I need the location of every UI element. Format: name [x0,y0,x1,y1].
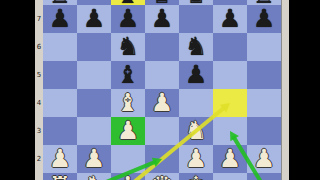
square-a1[interactable]: ♜ [43,173,77,180]
rank-label-5: 5 [35,72,43,79]
white-pawn-f2[interactable]: ♟ [219,146,241,171]
square-c2[interactable] [111,145,145,173]
square-e5[interactable]: ♟ [179,61,213,89]
square-f1[interactable] [213,173,247,180]
white-pawn-d4[interactable]: ♟ [151,90,173,115]
black-pawn-g7[interactable]: ♟ [253,6,275,31]
square-b7[interactable]: ♟ [77,5,111,33]
square-c6[interactable]: ♞ [111,33,145,61]
square-b5[interactable] [77,61,111,89]
white-pawn-b2[interactable]: ♟ [83,146,105,171]
white-pawn-g2[interactable]: ♟ [253,146,275,171]
chess-board[interactable]: ♜♝♛♚♜♟♟♟♟♟♟♞♞♝♟♝♟♟♞♟♟♟♟♟♜♞♝♛♚ [43,0,281,180]
black-pawn-d7[interactable]: ♟ [151,6,173,31]
square-g5[interactable] [247,61,281,89]
square-g6[interactable] [247,33,281,61]
square-c1[interactable]: ♝ [111,173,145,180]
square-f2[interactable]: ♟ [213,145,247,173]
square-c5[interactable]: ♝ [111,61,145,89]
square-e1[interactable]: ♚ [179,173,213,180]
rank-label-2: 2 [35,156,43,163]
white-pawn-e2[interactable]: ♟ [185,146,207,171]
square-a6[interactable] [43,33,77,61]
square-d1[interactable]: ♛ [145,173,179,180]
square-a4[interactable] [43,89,77,117]
rank-label-3: 3 [35,128,43,135]
square-b3[interactable] [77,117,111,145]
rank-label-6: 6 [35,44,43,51]
square-e7[interactable] [179,5,213,33]
square-e6[interactable]: ♞ [179,33,213,61]
black-knight-c6[interactable]: ♞ [117,34,139,59]
square-g4[interactable] [247,89,281,117]
window-border [281,0,289,180]
chess-app-window: 765432 ♜♝♛♚♜♟♟♟♟♟♟♞♞♝♟♝♟♟♞♟♟♟♟♟♜♞♝♛♚ [0,0,320,180]
square-f4[interactable] [213,89,247,117]
square-d3[interactable] [145,117,179,145]
square-d2[interactable] [145,145,179,173]
square-e3[interactable]: ♞ [179,117,213,145]
black-bishop-c5[interactable]: ♝ [117,62,139,87]
white-king-e1[interactable]: ♚ [185,173,207,180]
white-bishop-c4[interactable]: ♝ [117,90,139,115]
square-a2[interactable]: ♟ [43,145,77,173]
square-g2[interactable]: ♟ [247,145,281,173]
white-pawn-c3[interactable]: ♟ [117,118,139,143]
square-g3[interactable] [247,117,281,145]
rank-label-7: 7 [35,16,43,23]
white-knight-b1[interactable]: ♞ [83,173,105,180]
rank-label-4: 4 [35,100,43,107]
white-rook-a1[interactable]: ♜ [49,173,71,180]
white-pawn-a2[interactable]: ♟ [49,146,71,171]
square-e2[interactable]: ♟ [179,145,213,173]
square-e4[interactable] [179,89,213,117]
square-b4[interactable] [77,89,111,117]
square-c7[interactable]: ♟ [111,5,145,33]
square-b1[interactable]: ♞ [77,173,111,180]
white-queen-d1[interactable]: ♛ [151,173,173,180]
square-b6[interactable] [77,33,111,61]
black-pawn-a7[interactable]: ♟ [49,6,71,31]
black-knight-e6[interactable]: ♞ [185,34,207,59]
black-pawn-e5[interactable]: ♟ [185,62,207,87]
square-d7[interactable]: ♟ [145,5,179,33]
square-f7[interactable]: ♟ [213,5,247,33]
square-a7[interactable]: ♟ [43,5,77,33]
square-b2[interactable]: ♟ [77,145,111,173]
square-g1[interactable] [247,173,281,180]
white-knight-e3[interactable]: ♞ [185,118,207,143]
square-d5[interactable] [145,61,179,89]
black-pawn-b7[interactable]: ♟ [83,6,105,31]
white-bishop-c1[interactable]: ♝ [117,173,139,180]
square-a5[interactable] [43,61,77,89]
square-f3[interactable] [213,117,247,145]
square-a3[interactable] [43,117,77,145]
square-c3[interactable]: ♟ [111,117,145,145]
square-d4[interactable]: ♟ [145,89,179,117]
square-g7[interactable]: ♟ [247,5,281,33]
square-f5[interactable] [213,61,247,89]
black-pawn-f7[interactable]: ♟ [219,6,241,31]
square-f6[interactable] [213,33,247,61]
black-pawn-c7[interactable]: ♟ [117,6,139,31]
square-d6[interactable] [145,33,179,61]
square-c4[interactable]: ♝ [111,89,145,117]
